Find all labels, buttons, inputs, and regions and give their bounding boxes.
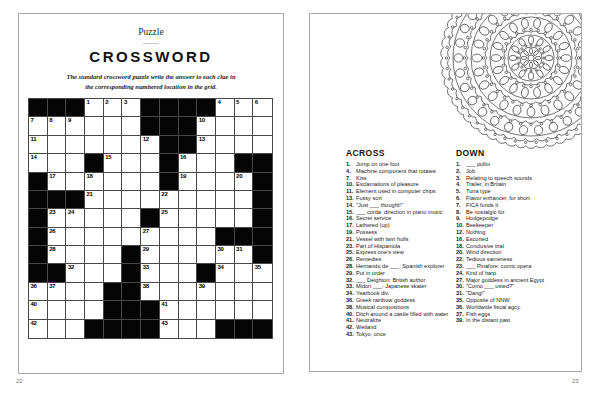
white-cell[interactable] [85, 283, 104, 301]
white-cell[interactable] [104, 191, 123, 209]
clue-text: Beekeeper [466, 222, 576, 229]
white-cell[interactable]: 22 [160, 191, 179, 209]
clue-number: 26. [346, 256, 356, 263]
clue-item: 20.Wind direction [456, 249, 576, 256]
white-cell[interactable]: 23 [48, 209, 67, 227]
white-cell[interactable]: 33 [141, 264, 160, 282]
white-cell[interactable]: 12 [141, 136, 160, 154]
black-cell [48, 264, 67, 282]
clue-number: 1. [346, 161, 356, 168]
white-cell[interactable]: 38 [141, 283, 160, 301]
white-cell[interactable] [66, 173, 85, 191]
across-clue-list: 1.Jump on one foot4.Machine component th… [346, 161, 456, 338]
black-cell [141, 209, 160, 227]
clue-text: Secret service [356, 215, 456, 222]
white-cell[interactable]: 18 [85, 173, 104, 191]
white-cell[interactable] [235, 136, 254, 154]
clue-number: 10. [456, 222, 466, 229]
white-cell[interactable] [104, 246, 123, 264]
white-cell[interactable]: 32 [66, 264, 85, 282]
clue-text: ___ Deighton: British author [356, 277, 456, 284]
white-cell[interactable]: 4 [216, 99, 235, 117]
white-cell[interactable] [235, 301, 254, 319]
white-cell[interactable] [85, 117, 104, 135]
page-title: CROSSWORD [19, 48, 283, 65]
clue-item: 2.Job [456, 168, 576, 175]
black-cell [160, 154, 179, 172]
clue-number: 42. [346, 324, 356, 331]
clue-text: FICA funds it [466, 202, 576, 209]
white-cell[interactable] [179, 301, 198, 319]
clue-number: 20. [456, 249, 466, 256]
black-cell [29, 246, 48, 264]
clue-item: 36.Greek rainbow goddess [346, 297, 456, 304]
clue-text: Kind of harp [466, 270, 576, 277]
black-cell [253, 228, 272, 246]
white-cell[interactable] [122, 173, 141, 191]
clue-item: 8.Be nostalgic for [456, 209, 576, 216]
white-cell[interactable] [160, 246, 179, 264]
cell-number: 2 [105, 99, 108, 105]
white-cell[interactable] [253, 301, 272, 319]
clue-text: Put in order [356, 270, 456, 277]
black-cell [216, 320, 235, 338]
white-cell[interactable] [216, 136, 235, 154]
clue-text: Remedies [356, 256, 456, 263]
clue-text: Worldwide fiscal agcy. [466, 304, 576, 311]
clue-item: 38.Musical compositions [346, 304, 456, 311]
white-cell[interactable]: 25 [160, 209, 179, 227]
white-cell[interactable] [216, 173, 235, 191]
black-cell [253, 209, 272, 227]
clue-number: 16. [456, 236, 466, 243]
cell-number: 9 [68, 117, 71, 123]
cell-number: 29 [143, 246, 149, 252]
clue-text: Machine component that rotates [356, 168, 456, 175]
clue-number: 4. [456, 181, 466, 188]
white-cell[interactable]: 42 [29, 320, 48, 338]
clue-text: Job [466, 168, 576, 175]
white-cell[interactable] [66, 320, 85, 338]
white-cell[interactable]: 24 [66, 209, 85, 227]
white-cell[interactable] [197, 228, 216, 246]
clue-item: 22.Tedious sameness [456, 256, 576, 263]
black-cell [179, 136, 198, 154]
clue-number: 6. [456, 195, 466, 202]
puzzle-instructions: The standard crossword puzzle write the … [29, 72, 273, 91]
clue-item: 39.In the distant past [456, 317, 576, 324]
clue-text: Jump on one foot [356, 161, 456, 168]
white-cell[interactable] [141, 154, 160, 172]
white-cell[interactable] [179, 283, 198, 301]
white-cell[interactable] [104, 173, 123, 191]
clue-text: Fish eggs [466, 311, 576, 318]
black-cell [253, 320, 272, 338]
white-cell[interactable] [216, 301, 235, 319]
clue-text: ___ Pinafore: comic opera [466, 263, 576, 270]
clue-number: 28. [346, 263, 356, 270]
white-cell[interactable] [48, 301, 67, 319]
white-cell[interactable]: 40 [29, 301, 48, 319]
white-cell[interactable]: 1 [85, 99, 104, 117]
white-cell[interactable]: 41 [160, 301, 179, 319]
clue-text: Hernando de ___: Spanish explorer [356, 263, 456, 270]
white-cell[interactable] [253, 136, 272, 154]
white-cell[interactable] [66, 283, 85, 301]
clue-text: Fussy sort [356, 195, 456, 202]
clue-text: Musical compositions [356, 304, 456, 311]
clue-text: Greek rainbow goddess [356, 297, 456, 304]
white-cell[interactable] [141, 191, 160, 209]
black-cell [160, 136, 179, 154]
clue-item: 4.Trailer, in Britain [456, 181, 576, 188]
cell-number: 24 [68, 209, 74, 215]
clue-item: 33.Midori ___: Japanese skater [346, 283, 456, 290]
white-cell[interactable] [122, 228, 141, 246]
crossword-grid: 1234567891011121314151617181920212223242… [28, 98, 273, 339]
white-cell[interactable]: 43 [160, 320, 179, 338]
white-cell[interactable] [179, 246, 198, 264]
clue-number: 24. [456, 270, 466, 277]
clue-number: 38. [346, 304, 356, 311]
white-cell[interactable]: 7 [29, 117, 48, 135]
black-cell [235, 320, 254, 338]
clue-number: 29. [346, 270, 356, 277]
clue-item: 5.Tuna type [456, 188, 576, 195]
white-cell[interactable] [179, 228, 198, 246]
white-cell[interactable] [104, 136, 123, 154]
white-cell[interactable] [85, 209, 104, 227]
clue-number: 39. [456, 317, 466, 324]
black-cell [66, 99, 85, 117]
white-cell[interactable]: 37 [48, 283, 67, 301]
white-cell[interactable]: 8 [48, 117, 67, 135]
clue-text: Element used in computer chips [356, 188, 456, 195]
clue-number: 37. [456, 311, 466, 318]
clue-text: "Just ___ thought!" [356, 202, 456, 209]
cell-number: 34 [217, 264, 223, 270]
clue-text: Lathered (up) [356, 222, 456, 229]
white-cell[interactable] [197, 301, 216, 319]
clue-text: Major goddess in ancient Egypt [466, 277, 576, 284]
white-cell[interactable] [235, 191, 254, 209]
white-cell[interactable] [48, 136, 67, 154]
cell-number: 32 [68, 264, 74, 270]
clue-item: 35.Opposite of NNW [456, 297, 576, 304]
clue-number: 4. [346, 168, 356, 175]
white-cell[interactable] [216, 154, 235, 172]
clue-number: 21. [346, 236, 356, 243]
white-cell[interactable]: 5 [235, 99, 254, 117]
clue-text: Midori ___: Japanese skater [356, 283, 456, 290]
black-cell [48, 99, 67, 117]
across-heading: ACROSS [346, 148, 385, 158]
clue-item: 9.Hodgepodge [456, 215, 576, 222]
black-cell [235, 154, 254, 172]
white-cell[interactable] [197, 209, 216, 227]
clue-number: 30. [456, 283, 466, 290]
black-cell [253, 191, 272, 209]
white-cell[interactable] [197, 320, 216, 338]
white-cell[interactable]: 9 [66, 117, 85, 135]
cell-number: 31 [236, 246, 242, 252]
clue-item: 17.Lathered (up) [346, 222, 456, 229]
clue-text: Trailer, in Britain [466, 181, 576, 188]
clue-number: 14. [346, 202, 356, 209]
clue-item: 34.Yearbook div. [346, 290, 456, 297]
cell-number: 26 [49, 228, 55, 234]
white-cell[interactable] [104, 264, 123, 282]
clue-item: 15.___ corda: direction in piano music [346, 209, 456, 216]
white-cell[interactable]: 27 [141, 228, 160, 246]
clue-item: 29.Put in order [346, 270, 456, 277]
white-cell[interactable]: 15 [104, 154, 123, 172]
white-cell[interactable] [122, 136, 141, 154]
clue-item: 21.Vessel with twin hulls [346, 236, 456, 243]
white-cell[interactable] [216, 117, 235, 135]
clue-text: Hodgepodge [466, 215, 576, 222]
black-cell [29, 228, 48, 246]
clue-text: In the distant past [466, 317, 576, 324]
white-cell[interactable] [85, 228, 104, 246]
clue-number: 19. [346, 229, 356, 236]
white-cell[interactable] [48, 154, 67, 172]
cell-number: 15 [105, 154, 111, 160]
white-cell[interactable] [85, 246, 104, 264]
white-cell[interactable] [48, 320, 67, 338]
cell-number: 3 [124, 99, 127, 105]
white-cell[interactable] [253, 283, 272, 301]
title-divider [143, 43, 159, 44]
clue-number: 15. [346, 209, 356, 216]
clue-number: 22. [456, 256, 466, 263]
clue-number: 1. [456, 161, 466, 168]
cell-number: 5 [236, 99, 239, 105]
clue-text: Exclamations of pleasure [356, 181, 456, 188]
clue-item: 1.Jump on one foot [346, 161, 456, 168]
clue-item: 43.Tokyo, once [346, 331, 456, 338]
clue-item: 16.Escorted [456, 236, 576, 243]
clue-text: Nothing [466, 229, 576, 236]
white-cell[interactable] [66, 228, 85, 246]
clue-item: 23.Part of Hispaniola [346, 243, 456, 250]
white-cell[interactable] [179, 191, 198, 209]
white-cell[interactable] [235, 264, 254, 282]
cell-number: 22 [161, 191, 167, 197]
white-cell[interactable]: 30 [216, 246, 235, 264]
white-cell[interactable]: 20 [235, 173, 254, 191]
cell-number: 7 [31, 117, 34, 123]
clue-item: 13.Fussy sort [346, 195, 456, 202]
clue-item: 30."Como ___ usted?" [456, 283, 576, 290]
white-cell[interactable] [66, 136, 85, 154]
clue-text: Ditch around a castle filled with water [356, 311, 456, 318]
clue-item: 23.___ Pinafore: comic opera [456, 263, 576, 270]
white-cell[interactable] [197, 191, 216, 209]
white-cell[interactable]: 21 [85, 191, 104, 209]
white-cell[interactable] [104, 117, 123, 135]
white-cell[interactable] [104, 209, 123, 227]
white-cell[interactable]: 26 [48, 228, 67, 246]
white-cell[interactable]: 13 [197, 136, 216, 154]
black-cell [160, 117, 179, 135]
instructions-line-1: The standard crossword puzzle write the … [29, 72, 273, 82]
white-cell[interactable]: 17 [48, 173, 67, 191]
clue-number: 31. [456, 290, 466, 297]
clue-number: 27. [456, 277, 466, 284]
white-cell[interactable] [197, 246, 216, 264]
white-cell[interactable] [122, 209, 141, 227]
clue-text: Tokyo, once [356, 331, 456, 338]
clue-text: Wetland [356, 324, 456, 331]
clue-number: 40. [346, 311, 356, 318]
clue-text: Possess [356, 229, 456, 236]
clue-text: Vessel with twin hulls [356, 236, 456, 243]
clue-number: 7. [346, 175, 356, 182]
clue-number: 43. [346, 331, 356, 338]
black-cell [66, 191, 85, 209]
white-cell[interactable] [179, 209, 198, 227]
clue-item: 42.Wetland [346, 324, 456, 331]
white-cell[interactable]: 2 [104, 99, 123, 117]
black-cell [85, 154, 104, 172]
cell-number: 36 [31, 283, 37, 289]
cell-number: 33 [143, 264, 149, 270]
white-cell[interactable]: 10 [197, 117, 216, 135]
white-cell[interactable]: 35 [253, 264, 272, 282]
white-cell[interactable]: 28 [48, 246, 67, 264]
clue-text: Yearbook div. [356, 290, 456, 297]
white-cell[interactable] [141, 173, 160, 191]
clue-item: 24.Kind of harp [456, 270, 576, 277]
black-cell [122, 246, 141, 264]
clue-item: 41.Neutralize [346, 317, 456, 324]
white-cell[interactable] [122, 191, 141, 209]
clue-number: 2. [456, 168, 466, 175]
clue-text: Be nostalgic for [466, 209, 576, 216]
white-cell[interactable] [122, 117, 141, 135]
clue-item: 31."Dang!" [456, 290, 576, 297]
clue-item: 11.Element used in computer chips [346, 188, 456, 195]
black-cell [104, 301, 123, 319]
clue-number: 11. [346, 188, 356, 195]
clue-item: 10.Exclamations of pleasure [346, 181, 456, 188]
clue-number: 3. [456, 175, 466, 182]
white-cell[interactable] [66, 154, 85, 172]
clue-item: 16.Secret service [346, 215, 456, 222]
black-cell [122, 320, 141, 338]
clue-text: Tuna type [466, 188, 576, 195]
white-cell[interactable] [104, 228, 123, 246]
black-cell [197, 264, 216, 282]
clue-item: 37.Fish eggs [456, 311, 576, 318]
white-cell[interactable]: 19 [179, 173, 198, 191]
black-cell [104, 283, 123, 301]
clue-number: 36. [346, 297, 356, 304]
white-cell[interactable] [122, 154, 141, 172]
black-cell [216, 228, 235, 246]
white-cell[interactable]: 11 [29, 136, 48, 154]
white-cell[interactable]: 14 [29, 154, 48, 172]
white-cell[interactable] [253, 117, 272, 135]
cell-number: 14 [31, 154, 37, 160]
cell-number: 19 [180, 173, 186, 179]
white-cell[interactable] [197, 154, 216, 172]
white-cell[interactable] [216, 209, 235, 227]
cell-number: 30 [217, 246, 223, 252]
down-clue-list: 1.___ polloi2.Job3.Relating to speech so… [456, 161, 576, 324]
clue-item: 7.FICA funds it [456, 202, 576, 209]
clue-item: 6.Flavor enhancer, for short [456, 195, 576, 202]
white-cell[interactable]: 31 [235, 246, 254, 264]
white-cell[interactable] [179, 264, 198, 282]
black-cell [253, 246, 272, 264]
cell-number: 1 [87, 99, 90, 105]
clue-text: Conclusive trial [466, 243, 576, 250]
clue-text: Express one's view [356, 249, 456, 256]
white-cell[interactable]: 39 [197, 283, 216, 301]
white-cell[interactable]: 36 [29, 283, 48, 301]
clue-number: 5. [456, 188, 466, 195]
white-cell[interactable] [85, 136, 104, 154]
white-cell[interactable]: 16 [179, 154, 198, 172]
clue-number: 18. [456, 243, 466, 250]
black-cell [141, 301, 160, 319]
clue-text: Relating to speech sounds [466, 175, 576, 182]
black-cell [104, 320, 123, 338]
clue-item: 32.___ Deighton: British author [346, 277, 456, 284]
black-cell [85, 320, 104, 338]
section-kicker: Puzzle [19, 27, 283, 37]
clue-item: 10.Beekeeper [456, 222, 576, 229]
white-cell[interactable] [66, 246, 85, 264]
page-number-left: 22 [16, 378, 23, 384]
clue-text: Kiss [356, 175, 456, 182]
cell-number: 13 [199, 136, 205, 142]
white-cell[interactable] [216, 191, 235, 209]
white-cell[interactable] [85, 264, 104, 282]
white-cell[interactable] [235, 209, 254, 227]
black-cell [141, 99, 160, 117]
clue-number: 10. [346, 181, 356, 188]
cell-number: 20 [236, 173, 242, 179]
cell-number: 25 [161, 209, 167, 215]
black-cell [141, 320, 160, 338]
left-page: Puzzle CROSSWORD The standard crossword … [18, 13, 284, 374]
white-cell[interactable] [66, 301, 85, 319]
white-cell[interactable] [235, 283, 254, 301]
white-cell[interactable] [160, 283, 179, 301]
white-cell[interactable] [160, 228, 179, 246]
clue-text: Escorted [466, 236, 576, 243]
white-cell[interactable] [179, 320, 198, 338]
white-cell[interactable]: 3 [122, 99, 141, 117]
cell-number: 40 [31, 301, 37, 307]
down-heading: DOWN [456, 148, 485, 158]
white-cell[interactable]: 6 [253, 99, 272, 117]
white-cell[interactable] [235, 117, 254, 135]
white-cell[interactable] [85, 301, 104, 319]
white-cell[interactable] [197, 173, 216, 191]
clue-text: Opposite of NNW [466, 297, 576, 304]
white-cell[interactable]: 29 [141, 246, 160, 264]
white-cell[interactable] [216, 283, 235, 301]
white-cell[interactable] [160, 264, 179, 282]
clue-number: 12. [456, 229, 466, 236]
white-cell[interactable]: 34 [216, 264, 235, 282]
cell-number: 8 [49, 117, 52, 123]
black-cell [160, 173, 179, 191]
